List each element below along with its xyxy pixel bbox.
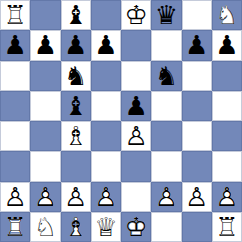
- square-g3[interactable]: [182, 151, 212, 181]
- square-a6[interactable]: [0, 61, 30, 91]
- square-f4[interactable]: [151, 121, 181, 151]
- square-f3[interactable]: [151, 151, 181, 181]
- square-b6[interactable]: [30, 61, 60, 91]
- square-c1[interactable]: ♝♗: [61, 212, 91, 242]
- square-e8[interactable]: ♚♔: [121, 0, 151, 30]
- square-g8[interactable]: [182, 0, 212, 30]
- chess-board: ♜♖♝♚♔♛♞♘♟♟♟♟♟♟♞♞♝♟♝♗♟♙♟♙♟♙♟♙♟♙♟♙♟♙♟♙♜♖♞♘…: [0, 0, 242, 242]
- square-e6[interactable]: [121, 61, 151, 91]
- square-d3[interactable]: [91, 151, 121, 181]
- square-c4[interactable]: ♝♗: [61, 121, 91, 151]
- white-knight[interactable]: ♞♘: [34, 214, 57, 240]
- square-a2[interactable]: ♟♙: [0, 182, 30, 212]
- square-b1[interactable]: ♞♘: [30, 212, 60, 242]
- square-c3[interactable]: [61, 151, 91, 181]
- square-e2[interactable]: [121, 182, 151, 212]
- black-pawn[interactable]: ♟: [124, 93, 147, 119]
- square-h6[interactable]: [212, 61, 242, 91]
- square-b7[interactable]: ♟: [30, 30, 60, 60]
- square-h2[interactable]: ♟♙: [212, 182, 242, 212]
- square-a7[interactable]: ♟: [0, 30, 30, 60]
- square-d1[interactable]: ♛♕: [91, 212, 121, 242]
- white-rook[interactable]: ♜♖: [3, 214, 26, 240]
- square-f6[interactable]: ♞: [151, 61, 181, 91]
- square-c6[interactable]: ♞: [61, 61, 91, 91]
- square-a3[interactable]: [0, 151, 30, 181]
- square-h5[interactable]: [212, 91, 242, 121]
- white-pawn[interactable]: ♟♙: [185, 184, 208, 210]
- white-pawn[interactable]: ♟♙: [3, 184, 26, 210]
- white-pawn[interactable]: ♟♙: [94, 184, 117, 210]
- square-h4[interactable]: [212, 121, 242, 151]
- square-e1[interactable]: ♚♔: [121, 212, 151, 242]
- black-bishop[interactable]: ♝: [64, 2, 87, 28]
- white-bishop[interactable]: ♝♗: [64, 123, 87, 149]
- white-rook[interactable]: ♜♖: [215, 214, 238, 240]
- square-d6[interactable]: [91, 61, 121, 91]
- square-h3[interactable]: [212, 151, 242, 181]
- square-c8[interactable]: ♝: [61, 0, 91, 30]
- white-pawn[interactable]: ♟♙: [215, 184, 238, 210]
- white-pawn[interactable]: ♟♙: [124, 123, 147, 149]
- square-g6[interactable]: [182, 61, 212, 91]
- square-f8[interactable]: ♛: [151, 0, 181, 30]
- black-pawn[interactable]: ♟: [94, 32, 117, 58]
- square-b8[interactable]: [30, 0, 60, 30]
- white-king[interactable]: ♚♔: [124, 214, 147, 240]
- square-f7[interactable]: [151, 30, 181, 60]
- black-queen[interactable]: ♛: [155, 2, 178, 28]
- square-g1[interactable]: [182, 212, 212, 242]
- white-pawn[interactable]: ♟♙: [155, 184, 178, 210]
- square-a8[interactable]: ♜♖: [0, 0, 30, 30]
- square-h7[interactable]: ♟: [212, 30, 242, 60]
- black-pawn[interactable]: ♟: [215, 32, 238, 58]
- square-e4[interactable]: ♟♙: [121, 121, 151, 151]
- square-b3[interactable]: [30, 151, 60, 181]
- square-a4[interactable]: [0, 121, 30, 151]
- square-g4[interactable]: [182, 121, 212, 151]
- square-b2[interactable]: ♟♙: [30, 182, 60, 212]
- black-knight[interactable]: ♞: [64, 63, 87, 89]
- square-b4[interactable]: [30, 121, 60, 151]
- square-g7[interactable]: ♟: [182, 30, 212, 60]
- white-pawn[interactable]: ♟♙: [64, 184, 87, 210]
- black-bishop[interactable]: ♝: [64, 93, 87, 119]
- square-d2[interactable]: ♟♙: [91, 182, 121, 212]
- square-d8[interactable]: [91, 0, 121, 30]
- white-knight[interactable]: ♞♘: [215, 2, 238, 28]
- white-rook[interactable]: ♜♖: [3, 2, 26, 28]
- square-d4[interactable]: [91, 121, 121, 151]
- square-c5[interactable]: ♝: [61, 91, 91, 121]
- black-knight[interactable]: ♞: [155, 63, 178, 89]
- square-c2[interactable]: ♟♙: [61, 182, 91, 212]
- square-e7[interactable]: [121, 30, 151, 60]
- square-d7[interactable]: ♟: [91, 30, 121, 60]
- square-b5[interactable]: [30, 91, 60, 121]
- square-f5[interactable]: [151, 91, 181, 121]
- square-a5[interactable]: [0, 91, 30, 121]
- black-pawn[interactable]: ♟: [64, 32, 87, 58]
- square-e5[interactable]: ♟: [121, 91, 151, 121]
- square-a1[interactable]: ♜♖: [0, 212, 30, 242]
- black-pawn[interactable]: ♟: [185, 32, 208, 58]
- square-h1[interactable]: ♜♖: [212, 212, 242, 242]
- square-g2[interactable]: ♟♙: [182, 182, 212, 212]
- black-pawn[interactable]: ♟: [34, 32, 57, 58]
- square-h8[interactable]: ♞♘: [212, 0, 242, 30]
- square-f2[interactable]: ♟♙: [151, 182, 181, 212]
- square-f1[interactable]: [151, 212, 181, 242]
- square-e3[interactable]: [121, 151, 151, 181]
- white-pawn[interactable]: ♟♙: [34, 184, 57, 210]
- white-bishop[interactable]: ♝♗: [64, 214, 87, 240]
- black-pawn[interactable]: ♟: [3, 32, 26, 58]
- white-queen[interactable]: ♛♕: [94, 214, 117, 240]
- square-g5[interactable]: [182, 91, 212, 121]
- white-king[interactable]: ♚♔: [124, 2, 147, 28]
- square-c7[interactable]: ♟: [61, 30, 91, 60]
- square-d5[interactable]: [91, 91, 121, 121]
